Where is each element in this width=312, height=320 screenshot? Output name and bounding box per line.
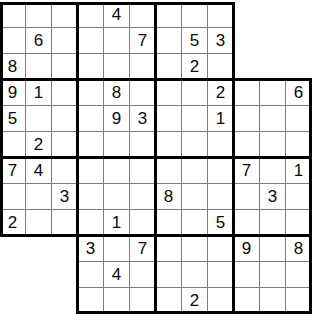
- cell-r1c12: [286, 2, 312, 28]
- cell-r8c4[interactable]: [78, 184, 104, 210]
- cell-r8c5[interactable]: [104, 184, 130, 210]
- cell-r7c4[interactable]: [78, 158, 104, 184]
- cell-r6c4[interactable]: [78, 132, 104, 158]
- cell-r11c7[interactable]: [156, 262, 182, 288]
- cell-r11c1: [0, 262, 26, 288]
- cell-r10c3: [52, 236, 78, 262]
- cell-r6c1[interactable]: [0, 132, 26, 158]
- cell-r9c8[interactable]: [182, 210, 208, 236]
- cell-r6c9[interactable]: [208, 132, 234, 158]
- cell-r11c11[interactable]: [260, 262, 286, 288]
- box-line-horizontal-234: [0, 234, 312, 237]
- cell-r3c6[interactable]: [130, 54, 156, 80]
- cell-r9c6[interactable]: [130, 210, 156, 236]
- cell-r11c3: [52, 262, 78, 288]
- cell-r11c5[interactable]: 4: [104, 262, 130, 288]
- cell-r2c5[interactable]: [104, 28, 130, 54]
- cell-r1c4[interactable]: [78, 2, 104, 28]
- cell-r5c9[interactable]: 1: [208, 106, 234, 132]
- cell-r9c7[interactable]: [156, 210, 182, 236]
- cell-r3c10: [234, 54, 260, 80]
- cell-r10c6[interactable]: 7: [130, 236, 156, 262]
- grid-b-right-border: [309, 78, 312, 314]
- cell-r6c2[interactable]: 2: [26, 132, 52, 158]
- cell-r8c7[interactable]: 8: [156, 184, 182, 210]
- grid-a-top-border: [0, 2, 235, 5]
- cell-r1c2[interactable]: [26, 2, 52, 28]
- cell-r2c10: [234, 28, 260, 54]
- cell-r5c1[interactable]: 5: [0, 106, 26, 132]
- cell-r8c10[interactable]: [234, 184, 260, 210]
- cell-r1c10: [234, 2, 260, 28]
- cell-r2c1[interactable]: [0, 28, 26, 54]
- cell-r9c3[interactable]: [52, 210, 78, 236]
- cell-r1c9[interactable]: [208, 2, 234, 28]
- cell-r6c11[interactable]: [260, 132, 286, 158]
- cell-r11c2: [26, 262, 52, 288]
- cell-r11c4[interactable]: [78, 262, 104, 288]
- box-line-horizontal-78: [0, 78, 312, 81]
- cell-r2c11: [260, 28, 286, 54]
- cell-r4c11[interactable]: [260, 80, 286, 106]
- cell-r11c9[interactable]: [208, 262, 234, 288]
- cell-r1c1[interactable]: [0, 2, 26, 28]
- cell-r1c6[interactable]: [130, 2, 156, 28]
- cell-r5c2[interactable]: [26, 106, 52, 132]
- cell-r3c1[interactable]: 8: [0, 54, 26, 80]
- cell-r9c1[interactable]: 2: [0, 210, 26, 236]
- cell-r7c2[interactable]: 4: [26, 158, 52, 184]
- cell-r8c6[interactable]: [130, 184, 156, 210]
- cell-r6c6[interactable]: [130, 132, 156, 158]
- cell-r1c7[interactable]: [156, 2, 182, 28]
- cell-r4c5[interactable]: 8: [104, 80, 130, 106]
- cell-r8c9[interactable]: [208, 184, 234, 210]
- cell-r10c9[interactable]: [208, 236, 234, 262]
- cell-r5c10[interactable]: [234, 106, 260, 132]
- cell-r2c8[interactable]: 5: [182, 28, 208, 54]
- cell-r8c1[interactable]: [0, 184, 26, 210]
- cell-r6c7[interactable]: [156, 132, 182, 158]
- cell-r11c10[interactable]: [234, 262, 260, 288]
- cell-r9c5[interactable]: 1: [104, 210, 130, 236]
- cell-r4c6[interactable]: [130, 80, 156, 106]
- cell-r3c8[interactable]: 2: [182, 54, 208, 80]
- cell-r10c7[interactable]: [156, 236, 182, 262]
- cell-r11c8[interactable]: [182, 262, 208, 288]
- cell-r7c10[interactable]: 7: [234, 158, 260, 184]
- cell-r5c4[interactable]: [78, 106, 104, 132]
- cell-r3c4[interactable]: [78, 54, 104, 80]
- cell-r7c11[interactable]: [260, 158, 286, 184]
- sudoku-grid: 467538291826593127471383215379842: [0, 2, 312, 314]
- cell-r8c3[interactable]: 3: [52, 184, 78, 210]
- cell-r5c6[interactable]: 3: [130, 106, 156, 132]
- cell-r2c2[interactable]: 6: [26, 28, 52, 54]
- cell-r5c11[interactable]: [260, 106, 286, 132]
- cell-r4c2[interactable]: 1: [26, 80, 52, 106]
- cell-r7c9[interactable]: [208, 158, 234, 184]
- cell-r9c9[interactable]: 5: [208, 210, 234, 236]
- cell-r12c1: [0, 288, 26, 314]
- cell-r8c2[interactable]: [26, 184, 52, 210]
- puzzle-board: 467538291826593127471383215379842: [0, 0, 312, 320]
- cell-r7c3[interactable]: [52, 158, 78, 184]
- cell-r1c8[interactable]: [182, 2, 208, 28]
- grid-b-bottom-border: [76, 311, 312, 314]
- cell-r7c8[interactable]: [182, 158, 208, 184]
- cell-r3c12: [286, 54, 312, 80]
- cell-r4c10[interactable]: [234, 80, 260, 106]
- cell-r10c4[interactable]: 3: [78, 236, 104, 262]
- cell-r5c5[interactable]: 9: [104, 106, 130, 132]
- cell-r4c1[interactable]: 9: [0, 80, 26, 106]
- cell-r9c11[interactable]: [260, 210, 286, 236]
- cell-r9c4[interactable]: [78, 210, 104, 236]
- cell-r4c4[interactable]: [78, 80, 104, 106]
- cell-r1c11: [260, 2, 286, 28]
- cell-r5c8[interactable]: [182, 106, 208, 132]
- cell-r1c5[interactable]: 4: [104, 2, 130, 28]
- cell-r2c12: [286, 28, 312, 54]
- cell-r4c7[interactable]: [156, 80, 182, 106]
- cell-r4c3[interactable]: [52, 80, 78, 106]
- cell-r4c9[interactable]: 2: [208, 80, 234, 106]
- cell-r2c7[interactable]: [156, 28, 182, 54]
- box-line-horizontal-156: [0, 156, 312, 159]
- cell-r3c11: [260, 54, 286, 80]
- cell-r10c5[interactable]: [104, 236, 130, 262]
- cell-r2c3[interactable]: [52, 28, 78, 54]
- cell-r7c1[interactable]: 7: [0, 158, 26, 184]
- cell-r12c2: [26, 288, 52, 314]
- cell-r7c5[interactable]: [104, 158, 130, 184]
- cell-r10c2: [26, 236, 52, 262]
- cell-r7c7[interactable]: [156, 158, 182, 184]
- cell-r10c10[interactable]: 9: [234, 236, 260, 262]
- cell-r10c11[interactable]: [260, 236, 286, 262]
- cell-r3c5[interactable]: [104, 54, 130, 80]
- cell-r6c8[interactable]: [182, 132, 208, 158]
- cell-r6c10[interactable]: [234, 132, 260, 158]
- cell-r9c10[interactable]: [234, 210, 260, 236]
- cell-r4c8[interactable]: [182, 80, 208, 106]
- cell-r7c6[interactable]: [130, 158, 156, 184]
- cell-r3c2[interactable]: [26, 54, 52, 80]
- cell-r6c3[interactable]: [52, 132, 78, 158]
- cell-r3c9[interactable]: [208, 54, 234, 80]
- cell-r2c9[interactable]: 3: [208, 28, 234, 54]
- cell-r12c3: [52, 288, 78, 314]
- cell-r1c3[interactable]: [52, 2, 78, 28]
- cell-r10c1: [0, 236, 26, 262]
- cell-r10c8[interactable]: [182, 236, 208, 262]
- cell-r6c5[interactable]: [104, 132, 130, 158]
- cell-r5c7[interactable]: [156, 106, 182, 132]
- cell-r9c2[interactable]: [26, 210, 52, 236]
- cell-r3c7[interactable]: [156, 54, 182, 80]
- grid-a-left-border: [0, 2, 3, 237]
- cell-r5c3[interactable]: [52, 106, 78, 132]
- cell-r11c6[interactable]: [130, 262, 156, 288]
- cell-r3c3[interactable]: [52, 54, 78, 80]
- cell-r8c8[interactable]: [182, 184, 208, 210]
- cell-r2c4[interactable]: [78, 28, 104, 54]
- cell-r2c6[interactable]: 7: [130, 28, 156, 54]
- cell-r8c11[interactable]: 3: [260, 184, 286, 210]
